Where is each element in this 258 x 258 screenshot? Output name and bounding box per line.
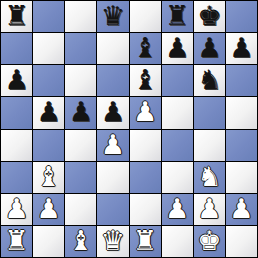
square-c2[interactable] (65, 194, 96, 225)
square-d6[interactable] (97, 65, 128, 96)
piece-black-rook: ♜ (165, 2, 189, 29)
square-g5[interactable] (194, 97, 225, 128)
square-g6[interactable]: ♞ (194, 65, 225, 96)
square-g2[interactable]: ♟ (194, 194, 225, 225)
square-d4[interactable]: ♟ (97, 130, 128, 161)
square-e4[interactable] (130, 130, 161, 161)
square-e5[interactable]: ♟ (130, 97, 161, 128)
square-b2[interactable]: ♟ (33, 194, 64, 225)
square-d8[interactable]: ♛ (97, 1, 128, 32)
square-e8[interactable] (130, 1, 161, 32)
square-g7[interactable]: ♟ (194, 33, 225, 64)
square-f3[interactable] (162, 162, 193, 193)
piece-white-pawn: ♟ (229, 195, 253, 222)
square-b3[interactable]: ♝ (33, 162, 64, 193)
square-g8[interactable]: ♚ (194, 1, 225, 32)
piece-black-pawn: ♟ (69, 98, 93, 125)
square-d3[interactable] (97, 162, 128, 193)
piece-black-pawn: ♟ (229, 34, 253, 61)
piece-white-rook: ♜ (133, 227, 157, 254)
square-c8[interactable] (65, 1, 96, 32)
square-d5[interactable]: ♟ (97, 97, 128, 128)
piece-black-pawn: ♟ (165, 34, 189, 61)
square-a2[interactable]: ♟ (1, 194, 32, 225)
square-f2[interactable]: ♟ (162, 194, 193, 225)
square-d2[interactable] (97, 194, 128, 225)
square-e3[interactable] (130, 162, 161, 193)
chess-board: ♜♛♜♚♝♟♟♟♟♝♞♟♟♟♟♟♝♞♟♟♟♟♟♜♝♛♜♚ (0, 0, 258, 258)
square-a5[interactable] (1, 97, 32, 128)
square-a8[interactable]: ♜ (1, 1, 32, 32)
square-b7[interactable] (33, 33, 64, 64)
square-c4[interactable] (65, 130, 96, 161)
square-h2[interactable]: ♟ (226, 194, 257, 225)
square-a3[interactable] (1, 162, 32, 193)
square-g4[interactable] (194, 130, 225, 161)
piece-white-rook: ♜ (4, 227, 28, 254)
square-d7[interactable] (97, 33, 128, 64)
piece-black-queen: ♛ (101, 2, 125, 29)
square-f6[interactable] (162, 65, 193, 96)
piece-black-king: ♚ (197, 2, 221, 29)
square-c5[interactable]: ♟ (65, 97, 96, 128)
square-h4[interactable] (226, 130, 257, 161)
square-d1[interactable]: ♛ (97, 226, 128, 257)
piece-white-bishop: ♝ (69, 227, 93, 254)
square-f5[interactable] (162, 97, 193, 128)
square-f1[interactable] (162, 226, 193, 257)
piece-white-pawn: ♟ (37, 195, 61, 222)
piece-white-king: ♚ (197, 227, 221, 254)
square-a1[interactable]: ♜ (1, 226, 32, 257)
square-b8[interactable] (33, 1, 64, 32)
piece-black-rook: ♜ (4, 2, 28, 29)
piece-white-pawn: ♟ (101, 131, 125, 158)
square-h1[interactable] (226, 226, 257, 257)
square-g1[interactable]: ♚ (194, 226, 225, 257)
square-g3[interactable]: ♞ (194, 162, 225, 193)
piece-black-pawn: ♟ (197, 34, 221, 61)
piece-black-pawn: ♟ (4, 66, 28, 93)
square-h7[interactable]: ♟ (226, 33, 257, 64)
square-e6[interactable]: ♝ (130, 65, 161, 96)
piece-white-pawn: ♟ (133, 98, 157, 125)
square-f8[interactable]: ♜ (162, 1, 193, 32)
piece-white-pawn: ♟ (4, 195, 28, 222)
square-b1[interactable] (33, 226, 64, 257)
piece-black-bishop: ♝ (133, 66, 157, 93)
square-f7[interactable]: ♟ (162, 33, 193, 64)
piece-white-knight: ♞ (197, 163, 221, 190)
square-a6[interactable]: ♟ (1, 65, 32, 96)
piece-black-pawn: ♟ (37, 98, 61, 125)
square-e7[interactable]: ♝ (130, 33, 161, 64)
piece-white-queen: ♛ (101, 227, 125, 254)
piece-white-pawn: ♟ (165, 195, 189, 222)
square-c6[interactable] (65, 65, 96, 96)
square-c1[interactable]: ♝ (65, 226, 96, 257)
square-a7[interactable] (1, 33, 32, 64)
square-h3[interactable] (226, 162, 257, 193)
square-b5[interactable]: ♟ (33, 97, 64, 128)
square-b4[interactable] (33, 130, 64, 161)
piece-black-pawn: ♟ (101, 98, 125, 125)
square-e1[interactable]: ♜ (130, 226, 161, 257)
square-c7[interactable] (65, 33, 96, 64)
piece-white-pawn: ♟ (197, 195, 221, 222)
piece-black-knight: ♞ (197, 66, 221, 93)
square-b6[interactable] (33, 65, 64, 96)
piece-white-bishop: ♝ (37, 163, 61, 190)
square-f4[interactable] (162, 130, 193, 161)
square-h6[interactable] (226, 65, 257, 96)
square-c3[interactable] (65, 162, 96, 193)
square-h5[interactable] (226, 97, 257, 128)
piece-black-bishop: ♝ (133, 34, 157, 61)
square-e2[interactable] (130, 194, 161, 225)
square-a4[interactable] (1, 130, 32, 161)
square-h8[interactable] (226, 1, 257, 32)
